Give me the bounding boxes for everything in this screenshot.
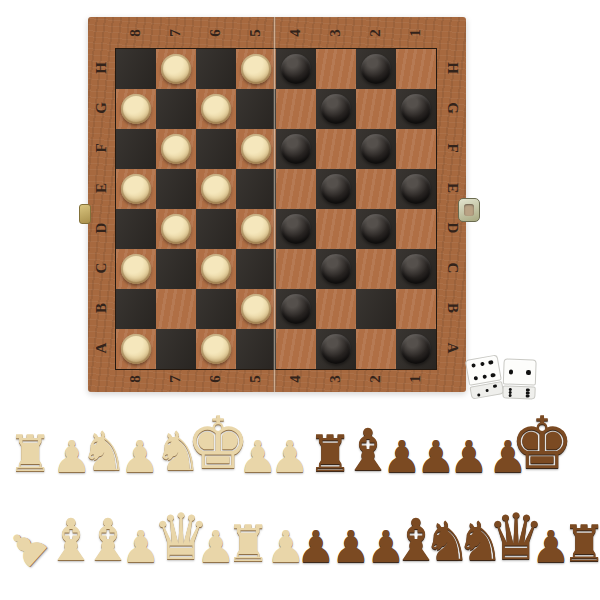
board-square[interactable]	[316, 329, 356, 369]
rank-label-bottom: 6	[204, 368, 226, 390]
file-label-left: B	[90, 297, 112, 319]
checker-white[interactable]	[161, 214, 191, 244]
chess-piece-dark-pawn[interactable]: ♟	[449, 435, 488, 479]
checker-black[interactable]	[281, 54, 311, 84]
board-square[interactable]	[356, 209, 396, 249]
board-square[interactable]	[116, 329, 156, 369]
file-label-right: G	[442, 97, 464, 119]
chess-piece-dark-pawn[interactable]: ♟	[296, 525, 335, 569]
rank-label-bottom: 3	[324, 368, 346, 390]
checker-black[interactable]	[321, 94, 351, 124]
board-square[interactable]	[116, 89, 156, 129]
board-square[interactable]	[356, 329, 396, 369]
board-square[interactable]	[116, 129, 156, 169]
file-label-left: F	[90, 137, 112, 159]
board-square[interactable]	[236, 89, 276, 129]
rank-label-bottom: 8	[124, 368, 146, 390]
die-pip	[485, 388, 489, 392]
file-label-left: A	[90, 337, 112, 359]
chess-piece-light-rook[interactable]: ♜	[226, 519, 271, 569]
rank-label-top: 4	[284, 22, 306, 44]
checker-black[interactable]	[281, 134, 311, 164]
die	[502, 358, 536, 399]
checker-white[interactable]	[201, 254, 231, 284]
board-square[interactable]	[356, 129, 396, 169]
board-square[interactable]	[276, 289, 316, 329]
die-pip	[490, 373, 495, 378]
board-square[interactable]	[316, 49, 356, 89]
die-pip	[477, 393, 481, 397]
checker-white[interactable]	[241, 214, 271, 244]
checker-white[interactable]	[201, 334, 231, 364]
checker-white[interactable]	[241, 294, 271, 324]
board-square[interactable]	[236, 49, 276, 89]
die-top-face	[503, 358, 537, 385]
rank-label-bottom: 1	[404, 368, 426, 390]
checker-black[interactable]	[321, 334, 351, 364]
board-square[interactable]	[396, 89, 436, 129]
board-square[interactable]	[276, 49, 316, 89]
chess-piece-dark-rook[interactable]: ♜	[562, 519, 600, 569]
board-square[interactable]	[316, 169, 356, 209]
checker-black[interactable]	[361, 134, 391, 164]
board-square[interactable]	[236, 129, 276, 169]
checker-white[interactable]	[241, 134, 271, 164]
checker-black[interactable]	[361, 214, 391, 244]
chess-piece-dark-king[interactable]: ♚	[510, 407, 575, 479]
board-square[interactable]	[156, 49, 196, 89]
checker-black[interactable]	[401, 254, 431, 284]
file-label-left: E	[90, 177, 112, 199]
board-square[interactable]	[396, 169, 436, 209]
board-square[interactable]	[196, 89, 236, 129]
die-pip	[488, 360, 493, 365]
board-square[interactable]	[276, 249, 316, 289]
file-label-left: C	[90, 257, 112, 279]
checker-white[interactable]	[161, 54, 191, 84]
board-square[interactable]	[116, 169, 156, 209]
rank-label-top: 2	[364, 22, 386, 44]
board-square[interactable]	[356, 289, 396, 329]
board-square[interactable]	[156, 169, 196, 209]
die-pip	[526, 370, 531, 375]
die-pip	[480, 361, 485, 366]
die-pip	[493, 384, 497, 388]
rank-label-bottom: 5	[244, 368, 266, 390]
board-square[interactable]	[356, 49, 396, 89]
board-square[interactable]	[196, 209, 236, 249]
board-square[interactable]	[156, 89, 196, 129]
board-square[interactable]	[396, 209, 436, 249]
board-square[interactable]	[316, 209, 356, 249]
checker-black[interactable]	[361, 54, 391, 84]
board-square[interactable]	[236, 249, 276, 289]
checker-white[interactable]	[201, 94, 231, 124]
board-square[interactable]	[196, 169, 236, 209]
file-label-left: G	[90, 97, 112, 119]
rank-label-bottom: 7	[164, 368, 186, 390]
board-square[interactable]	[276, 329, 316, 369]
board-square[interactable]	[276, 209, 316, 249]
checker-black[interactable]	[401, 94, 431, 124]
board-square[interactable]	[156, 329, 196, 369]
checker-black[interactable]	[321, 254, 351, 284]
file-label-right: D	[442, 217, 464, 239]
board-square[interactable]	[396, 289, 436, 329]
rank-label-top: 1	[404, 22, 426, 44]
checker-black[interactable]	[401, 174, 431, 204]
board-square[interactable]	[236, 169, 276, 209]
file-label-right: A	[442, 337, 464, 359]
board-square[interactable]	[316, 249, 356, 289]
board-square[interactable]	[316, 89, 356, 129]
board-square[interactable]	[396, 329, 436, 369]
checker-white[interactable]	[121, 334, 151, 364]
file-label-right: H	[442, 57, 464, 79]
board-square[interactable]	[196, 129, 236, 169]
board-square[interactable]	[196, 289, 236, 329]
board-square[interactable]	[316, 129, 356, 169]
checker-black[interactable]	[281, 294, 311, 324]
die	[465, 354, 504, 399]
chess-piece-light-rook[interactable]: ♜	[8, 429, 53, 479]
rank-label-bottom: 4	[284, 368, 306, 390]
file-label-right: E	[442, 177, 464, 199]
chess-piece-light-pawn[interactable]: ♟	[270, 435, 309, 479]
board-square[interactable]	[236, 289, 276, 329]
checker-white[interactable]	[201, 174, 231, 204]
board-square[interactable]	[196, 249, 236, 289]
board-square[interactable]	[276, 129, 316, 169]
checker-black[interactable]	[401, 334, 431, 364]
die-pip	[471, 363, 476, 368]
die-front-face	[502, 385, 535, 399]
board-square[interactable]	[356, 249, 396, 289]
board-square[interactable]	[396, 249, 436, 289]
file-label-right: F	[442, 137, 464, 159]
checker-white[interactable]	[121, 94, 151, 124]
board-square[interactable]	[236, 209, 276, 249]
board-square[interactable]	[196, 49, 236, 89]
checker-black[interactable]	[281, 214, 311, 244]
board-square[interactable]	[156, 249, 196, 289]
clasp-hole	[464, 204, 474, 216]
die-pip	[508, 393, 512, 397]
board-square[interactable]	[116, 289, 156, 329]
die-pip	[509, 370, 514, 375]
fold-seam	[273, 17, 276, 392]
rank-label-top: 3	[324, 22, 346, 44]
chess-piece-dark-pawn[interactable]: ♟	[331, 525, 370, 569]
board-square[interactable]	[316, 289, 356, 329]
board-square[interactable]	[116, 249, 156, 289]
board-square[interactable]	[156, 129, 196, 169]
checker-white[interactable]	[121, 254, 151, 284]
rank-label-top: 7	[164, 22, 186, 44]
checker-white[interactable]	[241, 54, 271, 84]
file-label-left: D	[90, 217, 112, 239]
board-square[interactable]	[396, 49, 436, 89]
checker-white[interactable]	[121, 174, 151, 204]
file-label-right: C	[442, 257, 464, 279]
board-square[interactable]	[156, 289, 196, 329]
board-square[interactable]	[116, 209, 156, 249]
rank-label-top: 6	[204, 22, 226, 44]
board-square[interactable]	[356, 169, 396, 209]
board-square[interactable]	[116, 49, 156, 89]
checker-black[interactable]	[321, 174, 351, 204]
rank-label-top: 8	[124, 22, 146, 44]
rank-label-bottom: 2	[364, 368, 386, 390]
die-pip	[526, 394, 530, 398]
board-square[interactable]	[276, 89, 316, 129]
board-square[interactable]	[156, 209, 196, 249]
board-grid	[115, 48, 437, 370]
die-pip	[482, 374, 487, 379]
file-label-right: B	[442, 297, 464, 319]
rank-label-top: 5	[244, 22, 266, 44]
board-square[interactable]	[356, 89, 396, 129]
chess-board: 8765432187654321HGFEDCBAHGFEDCBA	[88, 17, 466, 392]
board-square[interactable]	[196, 329, 236, 369]
board-square[interactable]	[236, 329, 276, 369]
checker-white[interactable]	[161, 134, 191, 164]
board-square[interactable]	[396, 129, 436, 169]
die-pip	[473, 376, 478, 381]
board-square[interactable]	[276, 169, 316, 209]
file-label-left: H	[90, 57, 112, 79]
